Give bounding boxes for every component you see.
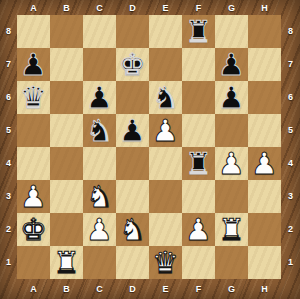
square-d3[interactable] xyxy=(116,180,149,213)
square-a4[interactable] xyxy=(17,147,50,180)
square-g5[interactable] xyxy=(215,114,248,147)
square-h8[interactable] xyxy=(248,15,281,48)
file-label-top-f: F xyxy=(182,0,215,15)
rank-label-left-4: 4 xyxy=(0,147,17,180)
file-label-top-a: A xyxy=(17,0,50,15)
square-c6[interactable]: ♟ xyxy=(83,81,116,114)
square-f8[interactable]: ♜ xyxy=(182,15,215,48)
piece-black-king[interactable]: ♚ xyxy=(119,48,146,81)
rank-label-right-4: 4 xyxy=(281,147,300,180)
square-e1[interactable]: ♛ xyxy=(149,246,182,279)
square-g3[interactable] xyxy=(215,180,248,213)
square-b3[interactable] xyxy=(50,180,83,213)
rank-label-left-8: 8 xyxy=(0,15,17,48)
file-label-top-c: C xyxy=(83,0,116,15)
piece-black-pawn[interactable]: ♟ xyxy=(20,48,47,81)
rank-label-right-3: 3 xyxy=(281,180,300,213)
square-f4[interactable]: ♜ xyxy=(182,147,215,180)
square-e6[interactable]: ♞ xyxy=(149,81,182,114)
square-a5[interactable] xyxy=(17,114,50,147)
square-c7[interactable] xyxy=(83,48,116,81)
piece-black-pawn[interactable]: ♟ xyxy=(218,81,245,114)
piece-black-knight[interactable]: ♞ xyxy=(86,114,113,147)
square-f6[interactable] xyxy=(182,81,215,114)
piece-white-queen[interactable]: ♛ xyxy=(152,246,179,279)
piece-black-rook[interactable]: ♜ xyxy=(185,147,212,180)
square-f3[interactable] xyxy=(182,180,215,213)
square-c8[interactable] xyxy=(83,15,116,48)
square-d7[interactable]: ♚ xyxy=(116,48,149,81)
file-label-bottom-a: A xyxy=(17,279,50,299)
square-b1[interactable]: ♜ xyxy=(50,246,83,279)
piece-black-pawn[interactable]: ♟ xyxy=(119,114,146,147)
square-h1[interactable] xyxy=(248,246,281,279)
square-b5[interactable] xyxy=(50,114,83,147)
square-c5[interactable]: ♞ xyxy=(83,114,116,147)
file-label-bottom-c: C xyxy=(83,279,116,299)
piece-white-pawn[interactable]: ♟ xyxy=(86,213,113,246)
square-b6[interactable] xyxy=(50,81,83,114)
rank-label-left-3: 3 xyxy=(0,180,17,213)
square-f2[interactable]: ♟ xyxy=(182,213,215,246)
chess-board: ♜♟♚♟♛♟♞♟♞♟♟♜♟♟♟♞♚♟♞♟♜♜♛ xyxy=(17,15,281,279)
square-c2[interactable]: ♟ xyxy=(83,213,116,246)
square-f1[interactable] xyxy=(182,246,215,279)
file-label-top-g: G xyxy=(215,0,248,15)
square-e7[interactable] xyxy=(149,48,182,81)
square-c1[interactable] xyxy=(83,246,116,279)
file-label-bottom-d: D xyxy=(116,279,149,299)
piece-black-knight[interactable]: ♞ xyxy=(152,81,179,114)
square-h2[interactable] xyxy=(248,213,281,246)
file-label-top-h: H xyxy=(248,0,281,15)
square-c4[interactable] xyxy=(83,147,116,180)
piece-white-pawn[interactable]: ♟ xyxy=(20,180,47,213)
square-b7[interactable] xyxy=(50,48,83,81)
file-label-bottom-b: B xyxy=(50,279,83,299)
rank-label-right-7: 7 xyxy=(281,48,300,81)
rank-label-right-6: 6 xyxy=(281,81,300,114)
square-h6[interactable] xyxy=(248,81,281,114)
file-label-top-b: B xyxy=(50,0,83,15)
square-a7[interactable]: ♟ xyxy=(17,48,50,81)
square-h7[interactable] xyxy=(248,48,281,81)
rank-label-right-1: 1 xyxy=(281,246,300,279)
rank-label-right-8: 8 xyxy=(281,15,300,48)
square-h4[interactable]: ♟ xyxy=(248,147,281,180)
piece-white-pawn[interactable]: ♟ xyxy=(152,114,179,147)
square-a8[interactable] xyxy=(17,15,50,48)
square-b4[interactable] xyxy=(50,147,83,180)
square-d1[interactable] xyxy=(116,246,149,279)
piece-white-knight[interactable]: ♞ xyxy=(119,213,146,246)
piece-black-rook[interactable]: ♜ xyxy=(185,15,212,48)
square-g2[interactable]: ♜ xyxy=(215,213,248,246)
square-d6[interactable] xyxy=(116,81,149,114)
piece-black-queen[interactable]: ♛ xyxy=(20,81,47,114)
file-label-bottom-g: G xyxy=(215,279,248,299)
piece-white-rook[interactable]: ♜ xyxy=(218,213,245,246)
file-label-bottom-h: H xyxy=(248,279,281,299)
square-g7[interactable]: ♟ xyxy=(215,48,248,81)
piece-black-pawn[interactable]: ♟ xyxy=(218,48,245,81)
square-h5[interactable] xyxy=(248,114,281,147)
square-a1[interactable] xyxy=(17,246,50,279)
rank-label-left-1: 1 xyxy=(0,246,17,279)
square-d2[interactable]: ♞ xyxy=(116,213,149,246)
square-g6[interactable]: ♟ xyxy=(215,81,248,114)
rank-label-left-6: 6 xyxy=(0,81,17,114)
file-label-bottom-f: F xyxy=(182,279,215,299)
square-d8[interactable] xyxy=(116,15,149,48)
piece-white-pawn[interactable]: ♟ xyxy=(218,147,245,180)
square-g1[interactable] xyxy=(215,246,248,279)
piece-white-king[interactable]: ♚ xyxy=(20,213,47,246)
square-a6[interactable]: ♛ xyxy=(17,81,50,114)
chessboard-panel: ♜♟♚♟♛♟♞♟♞♟♟♜♟♟♟♞♚♟♞♟♜♜♛ AABBCCDDEEFFGGHH… xyxy=(0,0,300,299)
square-a2[interactable]: ♚ xyxy=(17,213,50,246)
square-c3[interactable]: ♞ xyxy=(83,180,116,213)
square-b2[interactable] xyxy=(50,213,83,246)
square-a3[interactable]: ♟ xyxy=(17,180,50,213)
square-g4[interactable]: ♟ xyxy=(215,147,248,180)
square-g8[interactable] xyxy=(215,15,248,48)
piece-white-rook[interactable]: ♜ xyxy=(53,246,80,279)
square-e2[interactable] xyxy=(149,213,182,246)
rank-label-right-2: 2 xyxy=(281,213,300,246)
square-d5[interactable]: ♟ xyxy=(116,114,149,147)
square-d4[interactable] xyxy=(116,147,149,180)
piece-black-pawn[interactable]: ♟ xyxy=(86,81,113,114)
rank-label-right-5: 5 xyxy=(281,114,300,147)
rank-label-left-7: 7 xyxy=(0,48,17,81)
rank-label-left-5: 5 xyxy=(0,114,17,147)
file-label-bottom-e: E xyxy=(149,279,182,299)
rank-label-left-2: 2 xyxy=(0,213,17,246)
square-b8[interactable] xyxy=(50,15,83,48)
square-h3[interactable] xyxy=(248,180,281,213)
square-e8[interactable] xyxy=(149,15,182,48)
file-label-top-d: D xyxy=(116,0,149,15)
piece-white-pawn[interactable]: ♟ xyxy=(251,147,278,180)
piece-white-pawn[interactable]: ♟ xyxy=(185,213,212,246)
square-f7[interactable] xyxy=(182,48,215,81)
piece-white-knight[interactable]: ♞ xyxy=(86,180,113,213)
square-e3[interactable] xyxy=(149,180,182,213)
square-f5[interactable] xyxy=(182,114,215,147)
file-label-top-e: E xyxy=(149,0,182,15)
square-e4[interactable] xyxy=(149,147,182,180)
square-e5[interactable]: ♟ xyxy=(149,114,182,147)
